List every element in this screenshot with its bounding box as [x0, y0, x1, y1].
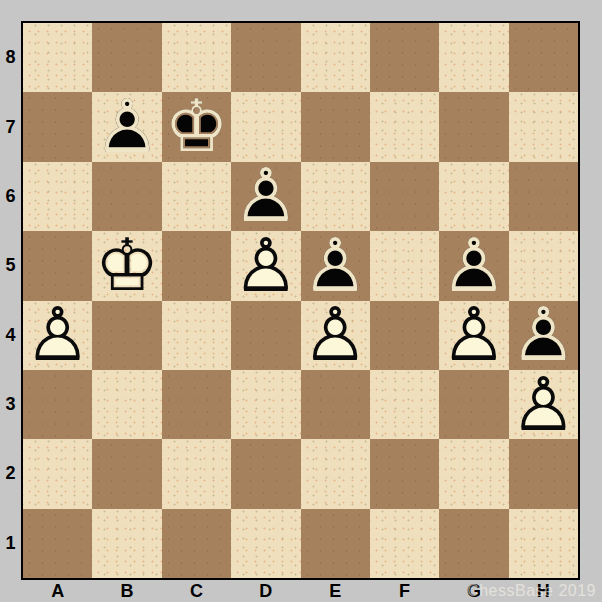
square-h8[interactable] [509, 23, 578, 92]
square-c3[interactable] [162, 370, 231, 439]
rank-label-2: 2 [0, 439, 21, 508]
square-b3[interactable] [92, 370, 161, 439]
square-a4[interactable]: ♟♙ [23, 301, 92, 370]
square-f3[interactable] [370, 370, 439, 439]
square-f8[interactable] [370, 23, 439, 92]
square-f1[interactable] [370, 509, 439, 578]
square-a2[interactable] [23, 439, 92, 508]
square-f5[interactable] [370, 231, 439, 300]
black-king-fill: ♚ [164, 90, 229, 162]
square-d2[interactable] [231, 439, 300, 508]
rank-label-4: 4 [0, 301, 21, 370]
rank-labels: 87654321 [0, 23, 21, 578]
square-b1[interactable] [92, 509, 161, 578]
rank-label-5: 5 [0, 231, 21, 300]
white-pawn-fill: ♟ [510, 366, 576, 440]
white-pawn-fill: ♟ [441, 297, 507, 371]
white-pawn-outline: ♙ [510, 366, 576, 440]
square-b7[interactable]: ♟♙ [92, 92, 161, 161]
black-king-outline: ♔ [164, 90, 229, 162]
black-king[interactable]: ♚♔ [162, 92, 231, 161]
square-a5[interactable] [23, 231, 92, 300]
square-f2[interactable] [370, 439, 439, 508]
rank-label-6: 6 [0, 162, 21, 231]
black-pawn-outline: ♙ [302, 227, 368, 301]
black-pawn[interactable]: ♟♙ [301, 231, 370, 300]
black-pawn[interactable]: ♟♙ [439, 231, 508, 300]
square-e4[interactable]: ♟♙ [301, 301, 370, 370]
file-label-F: F [370, 580, 439, 602]
square-b6[interactable] [92, 162, 161, 231]
square-d5[interactable]: ♟♙ [231, 231, 300, 300]
square-g2[interactable] [439, 439, 508, 508]
square-e2[interactable] [301, 439, 370, 508]
black-pawn-fill: ♟ [510, 297, 576, 371]
white-pawn-fill: ♟ [25, 297, 91, 371]
square-g6[interactable] [439, 162, 508, 231]
square-h5[interactable] [509, 231, 578, 300]
square-c1[interactable] [162, 509, 231, 578]
square-h1[interactable] [509, 509, 578, 578]
square-a3[interactable] [23, 370, 92, 439]
black-pawn-fill: ♟ [233, 158, 299, 232]
white-pawn[interactable]: ♟♙ [231, 231, 300, 300]
file-label-G: G [439, 580, 508, 602]
white-pawn-outline: ♙ [441, 297, 507, 371]
square-b8[interactable] [92, 23, 161, 92]
square-c4[interactable] [162, 301, 231, 370]
white-king-outline: ♔ [95, 228, 160, 300]
black-pawn[interactable]: ♟♙ [231, 162, 300, 231]
square-h3[interactable]: ♟♙ [509, 370, 578, 439]
rank-label-7: 7 [0, 92, 21, 161]
rank-label-8: 8 [0, 23, 21, 92]
square-e3[interactable] [301, 370, 370, 439]
rank-label-1: 1 [0, 509, 21, 578]
white-pawn[interactable]: ♟♙ [301, 301, 370, 370]
chess-board: ♟♙♚♔♟♙♚♔♟♙♟♙♟♙♟♙♟♙♟♙♟♙♟♙ [21, 21, 580, 580]
square-h6[interactable] [509, 162, 578, 231]
square-e1[interactable] [301, 509, 370, 578]
file-label-E: E [301, 580, 370, 602]
square-f6[interactable] [370, 162, 439, 231]
square-d3[interactable] [231, 370, 300, 439]
square-d1[interactable] [231, 509, 300, 578]
rank-label-3: 3 [0, 370, 21, 439]
white-king-fill: ♚ [95, 228, 160, 300]
white-pawn-outline: ♙ [302, 297, 368, 371]
square-g5[interactable]: ♟♙ [439, 231, 508, 300]
file-label-B: B [92, 580, 161, 602]
white-pawn[interactable]: ♟♙ [439, 301, 508, 370]
square-g1[interactable] [439, 509, 508, 578]
black-pawn[interactable]: ♟♙ [509, 301, 578, 370]
white-pawn-fill: ♟ [302, 297, 368, 371]
square-a8[interactable] [23, 23, 92, 92]
black-pawn[interactable]: ♟♙ [92, 92, 161, 161]
square-g3[interactable] [439, 370, 508, 439]
file-label-H: H [509, 580, 578, 602]
black-pawn-fill: ♟ [441, 227, 507, 301]
square-c2[interactable] [162, 439, 231, 508]
square-g4[interactable]: ♟♙ [439, 301, 508, 370]
square-a7[interactable] [23, 92, 92, 161]
square-e7[interactable] [301, 92, 370, 161]
square-d6[interactable]: ♟♙ [231, 162, 300, 231]
black-pawn-outline: ♙ [233, 158, 299, 232]
square-g8[interactable] [439, 23, 508, 92]
square-a1[interactable] [23, 509, 92, 578]
square-a6[interactable] [23, 162, 92, 231]
square-h2[interactable] [509, 439, 578, 508]
square-c7[interactable]: ♚♔ [162, 92, 231, 161]
white-pawn-outline: ♙ [25, 297, 91, 371]
square-e6[interactable] [301, 162, 370, 231]
white-pawn[interactable]: ♟♙ [23, 301, 92, 370]
diagram-frame: ♟♙♚♔♟♙♚♔♟♙♟♙♟♙♟♙♟♙♟♙♟♙♟♙ 87654321 ABCDEF… [0, 0, 602, 602]
square-c8[interactable] [162, 23, 231, 92]
square-g7[interactable] [439, 92, 508, 161]
white-pawn[interactable]: ♟♙ [509, 370, 578, 439]
file-label-C: C [162, 580, 231, 602]
black-pawn-outline: ♙ [510, 297, 576, 371]
black-pawn-outline: ♙ [441, 227, 507, 301]
square-c5[interactable] [162, 231, 231, 300]
white-pawn-outline: ♙ [233, 227, 299, 301]
file-labels: ABCDEFGH [23, 580, 578, 602]
square-f4[interactable] [370, 301, 439, 370]
square-d8[interactable] [231, 23, 300, 92]
square-f7[interactable] [370, 92, 439, 161]
file-label-D: D [231, 580, 300, 602]
black-pawn-outline: ♙ [94, 89, 160, 163]
black-pawn-fill: ♟ [302, 227, 368, 301]
square-h7[interactable] [509, 92, 578, 161]
white-pawn-fill: ♟ [233, 227, 299, 301]
square-e8[interactable] [301, 23, 370, 92]
white-king[interactable]: ♚♔ [92, 231, 161, 300]
square-d4[interactable] [231, 301, 300, 370]
square-b2[interactable] [92, 439, 161, 508]
square-b4[interactable] [92, 301, 161, 370]
square-h4[interactable]: ♟♙ [509, 301, 578, 370]
square-c6[interactable] [162, 162, 231, 231]
black-pawn-fill: ♟ [94, 89, 160, 163]
square-e5[interactable]: ♟♙ [301, 231, 370, 300]
file-label-A: A [23, 580, 92, 602]
square-d7[interactable] [231, 92, 300, 161]
square-b5[interactable]: ♚♔ [92, 231, 161, 300]
